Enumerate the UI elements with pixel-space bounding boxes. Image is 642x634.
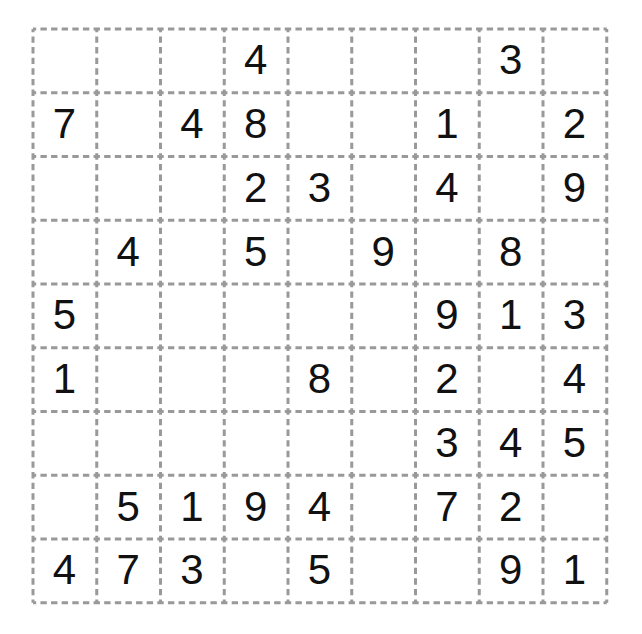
cell-r8c9[interactable] (543, 475, 607, 539)
cell-r7c3[interactable] (160, 411, 224, 475)
cell-r2c6[interactable] (351, 92, 415, 156)
cell-r1c8[interactable]: 3 (479, 29, 543, 93)
cell-r7c6[interactable] (351, 411, 415, 475)
cell-r5c7[interactable]: 9 (415, 284, 479, 348)
cell-r2c3[interactable]: 4 (160, 92, 224, 156)
cell-r8c2[interactable]: 5 (96, 475, 160, 539)
cell-r2c9[interactable]: 2 (543, 92, 607, 156)
sudoku-board: 43748122349459859131824345519472473591 (33, 29, 607, 603)
cell-r8c1[interactable] (33, 475, 97, 539)
cell-r1c3[interactable] (160, 29, 224, 93)
cell-r6c5[interactable]: 8 (288, 347, 352, 411)
cell-r4c6[interactable]: 9 (351, 220, 415, 284)
cell-r6c4[interactable] (224, 347, 288, 411)
cell-r2c2[interactable] (96, 92, 160, 156)
cell-r9c8[interactable]: 9 (479, 539, 543, 603)
cell-r3c5[interactable]: 3 (288, 156, 352, 220)
cell-r5c9[interactable]: 3 (543, 284, 607, 348)
cell-r6c1[interactable]: 1 (33, 347, 97, 411)
cell-r3c9[interactable]: 9 (543, 156, 607, 220)
cell-r2c7[interactable]: 1 (415, 92, 479, 156)
cell-r9c9[interactable]: 1 (543, 539, 607, 603)
cell-r6c6[interactable] (351, 347, 415, 411)
cell-r2c5[interactable] (288, 92, 352, 156)
cell-r9c1[interactable]: 4 (33, 539, 97, 603)
cell-r5c2[interactable] (96, 284, 160, 348)
sudoku-app-screen: 43748122349459859131824345519472473591 (0, 0, 642, 634)
cell-r9c7[interactable] (415, 539, 479, 603)
cell-r4c9[interactable] (543, 220, 607, 284)
cell-r9c4[interactable] (224, 539, 288, 603)
cell-r3c4[interactable]: 2 (224, 156, 288, 220)
cell-r3c8[interactable] (479, 156, 543, 220)
cell-r7c7[interactable]: 3 (415, 411, 479, 475)
cell-r9c5[interactable]: 5 (288, 539, 352, 603)
cell-r6c2[interactable] (96, 347, 160, 411)
cell-r1c1[interactable] (33, 29, 97, 93)
cell-r9c2[interactable]: 7 (96, 539, 160, 603)
cell-r2c8[interactable] (479, 92, 543, 156)
cell-r9c3[interactable]: 3 (160, 539, 224, 603)
cell-r5c6[interactable] (351, 284, 415, 348)
cell-r1c7[interactable] (415, 29, 479, 93)
cell-r6c7[interactable]: 2 (415, 347, 479, 411)
cell-r7c8[interactable]: 4 (479, 411, 543, 475)
cell-r7c2[interactable] (96, 411, 160, 475)
cell-r5c8[interactable]: 1 (479, 284, 543, 348)
cell-r8c6[interactable] (351, 475, 415, 539)
cell-r3c2[interactable] (96, 156, 160, 220)
cell-r4c3[interactable] (160, 220, 224, 284)
cell-r3c1[interactable] (33, 156, 97, 220)
cell-r4c4[interactable]: 5 (224, 220, 288, 284)
cell-r7c9[interactable]: 5 (543, 411, 607, 475)
cell-r3c7[interactable]: 4 (415, 156, 479, 220)
cell-r4c5[interactable] (288, 220, 352, 284)
cell-r8c5[interactable]: 4 (288, 475, 352, 539)
cell-r1c6[interactable] (351, 29, 415, 93)
cell-r5c1[interactable]: 5 (33, 284, 97, 348)
cell-r5c5[interactable] (288, 284, 352, 348)
cell-r6c9[interactable]: 4 (543, 347, 607, 411)
cell-r1c9[interactable] (543, 29, 607, 93)
cell-r6c3[interactable] (160, 347, 224, 411)
cell-r8c3[interactable]: 1 (160, 475, 224, 539)
cell-r8c7[interactable]: 7 (415, 475, 479, 539)
cell-r9c6[interactable] (351, 539, 415, 603)
cell-r1c2[interactable] (96, 29, 160, 93)
cell-r7c4[interactable] (224, 411, 288, 475)
cell-r5c3[interactable] (160, 284, 224, 348)
sudoku-grid: 43748122349459859131824345519472473591 (33, 29, 607, 603)
cell-r8c8[interactable]: 2 (479, 475, 543, 539)
cell-r7c5[interactable] (288, 411, 352, 475)
cell-r4c2[interactable]: 4 (96, 220, 160, 284)
cell-r6c8[interactable] (479, 347, 543, 411)
cell-r3c6[interactable] (351, 156, 415, 220)
cell-r8c4[interactable]: 9 (224, 475, 288, 539)
cell-r2c4[interactable]: 8 (224, 92, 288, 156)
cell-r7c1[interactable] (33, 411, 97, 475)
cell-r1c5[interactable] (288, 29, 352, 93)
cell-r3c3[interactable] (160, 156, 224, 220)
cell-r5c4[interactable] (224, 284, 288, 348)
cell-r4c1[interactable] (33, 220, 97, 284)
cell-r4c7[interactable] (415, 220, 479, 284)
cell-r4c8[interactable]: 8 (479, 220, 543, 284)
cell-r2c1[interactable]: 7 (33, 92, 97, 156)
cell-r1c4[interactable]: 4 (224, 29, 288, 93)
